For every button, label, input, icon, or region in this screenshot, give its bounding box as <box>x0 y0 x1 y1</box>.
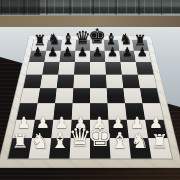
chess-set-photo: ♜♞♝♛♚♝♞♜♟♟♟♟♟♟♟♟♟♟♟♟♟♟♟♟♜♞♝♛♚♝♞♜ <box>0 0 180 180</box>
square-d1 <box>70 138 90 158</box>
square-f5 <box>106 75 123 89</box>
square-b2 <box>32 120 53 138</box>
square-c6 <box>58 62 75 74</box>
square-e4 <box>90 88 107 103</box>
square-b6 <box>42 62 59 74</box>
square-b3 <box>35 103 55 120</box>
square-e5 <box>90 75 107 89</box>
square-e7 <box>90 51 105 62</box>
square-f1 <box>109 138 131 158</box>
square-d5 <box>73 75 90 89</box>
square-c2 <box>51 120 71 138</box>
square-c1 <box>49 138 71 158</box>
window-dark-patch <box>0 0 40 15</box>
square-f3 <box>107 103 126 120</box>
chess-board <box>0 36 180 168</box>
square-c3 <box>53 103 72 120</box>
square-b8 <box>46 40 62 51</box>
square-f8 <box>104 40 119 51</box>
square-h5 <box>138 75 157 89</box>
square-h7 <box>134 51 151 62</box>
square-h4 <box>140 88 160 103</box>
square-c8 <box>61 40 76 51</box>
square-e2 <box>90 120 109 138</box>
square-d4 <box>73 88 90 103</box>
square-c5 <box>57 75 74 89</box>
square-f4 <box>107 88 125 103</box>
square-h1 <box>148 138 172 158</box>
square-d3 <box>72 103 90 120</box>
square-b1 <box>29 138 52 158</box>
square-f6 <box>105 62 122 74</box>
square-e1 <box>90 138 110 158</box>
square-h8 <box>132 40 148 51</box>
square-h2 <box>145 120 167 138</box>
square-f7 <box>105 51 121 62</box>
square-c7 <box>60 51 76 62</box>
square-e6 <box>90 62 106 74</box>
marble-board-border <box>0 36 180 168</box>
window-sill <box>0 16 180 27</box>
square-b5 <box>40 75 58 89</box>
board-grid <box>8 40 172 158</box>
square-e3 <box>90 103 108 120</box>
square-d2 <box>71 120 90 138</box>
square-d8 <box>75 40 90 51</box>
square-b7 <box>44 51 60 62</box>
square-h6 <box>136 62 154 74</box>
square-f2 <box>108 120 128 138</box>
square-e8 <box>90 40 105 51</box>
square-d6 <box>74 62 90 74</box>
square-d7 <box>75 51 90 62</box>
square-h3 <box>142 103 163 120</box>
square-b4 <box>38 88 57 103</box>
square-c4 <box>55 88 73 103</box>
